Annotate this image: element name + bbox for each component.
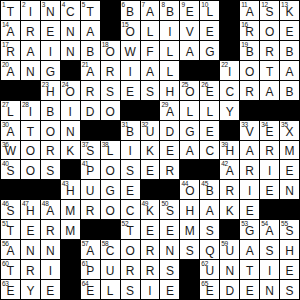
grid-cell[interactable]: A bbox=[21, 41, 40, 60]
grid-cell[interactable]: 52T bbox=[121, 220, 140, 239]
grid-cell[interactable]: A bbox=[180, 41, 199, 60]
grid-cell[interactable]: N bbox=[61, 41, 80, 60]
black-square bbox=[180, 61, 199, 80]
grid-cell[interactable]: R bbox=[141, 260, 160, 279]
cell-letter: O bbox=[101, 46, 120, 59]
cell-letter: G bbox=[200, 46, 219, 59]
cell-letter: R bbox=[81, 205, 100, 218]
cell-letter: R bbox=[141, 245, 160, 258]
grid-cell[interactable]: W bbox=[121, 41, 140, 60]
grid-cell[interactable]: E bbox=[21, 220, 40, 239]
grid-cell[interactable]: 62U bbox=[200, 260, 219, 279]
grid-cell[interactable]: I bbox=[61, 101, 80, 120]
grid-cell[interactable]: 16R bbox=[240, 21, 259, 40]
cell-letter: H bbox=[160, 86, 179, 99]
grid-cell[interactable]: 7A bbox=[141, 1, 160, 20]
cell-letter: E bbox=[21, 225, 40, 238]
grid-cell[interactable]: L bbox=[160, 41, 179, 60]
grid-cell[interactable]: S bbox=[41, 160, 60, 179]
grid-cell[interactable]: 1T bbox=[1, 1, 20, 20]
cell-letter: R bbox=[121, 265, 140, 278]
cell-letter: O bbox=[121, 245, 140, 258]
cell-letter: R bbox=[21, 265, 40, 278]
grid-cell[interactable]: 33V bbox=[240, 121, 259, 140]
black-square bbox=[101, 220, 120, 239]
grid-cell[interactable]: 5T bbox=[81, 1, 100, 20]
grid-cell[interactable]: 54A bbox=[260, 220, 279, 239]
cell-letter: R bbox=[160, 165, 179, 178]
grid-cell[interactable]: T bbox=[260, 61, 279, 80]
black-square bbox=[81, 220, 100, 239]
cell-letter: O bbox=[21, 165, 40, 178]
grid-cell[interactable]: R bbox=[21, 260, 40, 279]
grid-cell[interactable]: G bbox=[180, 121, 199, 140]
black-square bbox=[220, 121, 239, 140]
grid-cell[interactable]: 21A bbox=[81, 61, 100, 80]
grid-cell[interactable]: 10L bbox=[200, 1, 219, 20]
cell-letter: K bbox=[61, 145, 80, 158]
grid-cell[interactable]: M bbox=[280, 141, 299, 160]
cell-letter: R bbox=[240, 86, 259, 99]
grid-cell[interactable]: O bbox=[21, 141, 40, 160]
cell-letter: N bbox=[220, 265, 239, 278]
grid-cell[interactable]: 36W bbox=[1, 141, 20, 160]
grid-cell[interactable]: 34E bbox=[260, 121, 279, 140]
grid-cell[interactable]: O bbox=[121, 240, 140, 259]
grid-cell[interactable]: M bbox=[180, 220, 199, 239]
cell-letter: O bbox=[101, 106, 120, 119]
cell-letter: R bbox=[81, 86, 100, 99]
grid-cell[interactable]: I bbox=[121, 141, 140, 160]
cell-letter: I bbox=[260, 265, 279, 278]
grid-cell[interactable]: 44O bbox=[180, 180, 199, 199]
grid-cell[interactable]: 46S bbox=[1, 200, 20, 219]
grid-cell[interactable]: R bbox=[220, 180, 239, 199]
cell-letter: L bbox=[180, 106, 199, 119]
grid-cell[interactable]: 3N bbox=[41, 1, 60, 20]
grid-cell[interactable]: H bbox=[280, 240, 299, 259]
grid-cell[interactable]: L bbox=[200, 101, 219, 120]
grid-cell[interactable]: I bbox=[160, 21, 179, 40]
grid-cell[interactable]: C bbox=[200, 141, 219, 160]
cell-letter: R bbox=[41, 145, 60, 158]
grid-cell[interactable]: G bbox=[41, 61, 60, 80]
grid-cell[interactable]: A bbox=[280, 61, 299, 80]
cell-letter: R bbox=[240, 165, 259, 178]
cell-letter: G bbox=[41, 66, 60, 79]
grid-cell[interactable]: 47H bbox=[21, 200, 40, 219]
cell-letter: A bbox=[240, 6, 259, 19]
grid-cell[interactable]: 13K bbox=[280, 1, 299, 20]
black-square bbox=[1, 180, 20, 199]
grid-cell[interactable]: 51T bbox=[1, 220, 20, 239]
grid-cell[interactable]: F bbox=[141, 41, 160, 60]
grid-cell[interactable]: E bbox=[240, 280, 259, 299]
grid-cell[interactable]: O bbox=[21, 160, 40, 179]
grid-cell[interactable]: Y bbox=[220, 101, 239, 120]
grid-cell[interactable]: B bbox=[41, 101, 60, 120]
grid-cell[interactable]: 37S bbox=[81, 141, 100, 160]
grid-cell[interactable]: K bbox=[141, 141, 160, 160]
black-square bbox=[240, 101, 259, 120]
grid-cell[interactable]: R bbox=[81, 200, 100, 219]
cell-letter: A bbox=[21, 46, 40, 59]
cell-letter: A bbox=[81, 26, 100, 39]
grid-cell[interactable]: A bbox=[81, 21, 100, 40]
cell-letter: L bbox=[141, 26, 160, 39]
grid-cell[interactable]: E bbox=[280, 21, 299, 40]
grid-cell[interactable]: O bbox=[240, 61, 259, 80]
grid-cell[interactable]: 32U bbox=[141, 121, 160, 140]
grid-cell[interactable]: Y bbox=[21, 280, 40, 299]
cell-letter: L bbox=[160, 46, 179, 59]
grid-cell[interactable]: O bbox=[101, 200, 120, 219]
cell-letter: M bbox=[280, 145, 299, 158]
grid-cell[interactable]: N bbox=[21, 240, 40, 259]
grid-cell[interactable]: 41P bbox=[81, 160, 100, 179]
grid-cell[interactable]: A bbox=[240, 141, 259, 160]
cell-letter: E bbox=[160, 145, 179, 158]
grid-cell[interactable]: 43H bbox=[61, 180, 80, 199]
cell-letter: M bbox=[180, 225, 199, 238]
grid-cell[interactable]: I bbox=[240, 180, 259, 199]
grid-cell[interactable]: K bbox=[61, 141, 80, 160]
grid-cell[interactable]: A bbox=[260, 81, 279, 100]
cell-letter: L bbox=[160, 66, 179, 79]
cell-letter: O bbox=[101, 165, 120, 178]
grid-cell[interactable]: 57A bbox=[81, 240, 100, 259]
cell-letter: I bbox=[41, 46, 60, 59]
cell-letter: S bbox=[160, 265, 179, 278]
grid-cell[interactable]: L bbox=[180, 101, 199, 120]
cell-letter: Y bbox=[21, 285, 40, 298]
cell-letter: R bbox=[41, 225, 60, 238]
grid-cell[interactable]: R bbox=[240, 160, 259, 179]
cell-letter: S bbox=[81, 145, 100, 158]
grid-cell[interactable]: 20A bbox=[1, 61, 20, 80]
black-square bbox=[141, 180, 160, 199]
grid-cell[interactable]: B bbox=[81, 41, 100, 60]
grid-cell[interactable]: R bbox=[141, 240, 160, 259]
grid-cell[interactable]: 23H bbox=[41, 81, 60, 100]
grid-cell[interactable]: 25O bbox=[180, 81, 199, 100]
grid-cell[interactable]: E bbox=[141, 220, 160, 239]
grid-cell[interactable]: T bbox=[240, 260, 259, 279]
cell-letter: R bbox=[220, 185, 239, 198]
grid-cell[interactable]: 39H bbox=[220, 141, 239, 160]
grid-cell[interactable]: N bbox=[280, 180, 299, 199]
cell-letter: E bbox=[200, 86, 219, 99]
grid-cell[interactable]: 55S bbox=[280, 220, 299, 239]
cell-letter: O bbox=[101, 205, 120, 218]
crossword-grid: 1T2I3N4C5T6B7A8B9E10L11A12S13K14ARENA15O… bbox=[0, 0, 300, 300]
grid-cell[interactable]: 8B bbox=[160, 1, 179, 20]
grid-cell[interactable]: 50S bbox=[160, 200, 179, 219]
cell-letter: I bbox=[160, 26, 179, 39]
cell-letter: H bbox=[280, 245, 299, 258]
grid-cell[interactable]: I bbox=[260, 260, 279, 279]
grid-cell[interactable]: N bbox=[41, 240, 60, 259]
grid-cell[interactable]: 31B bbox=[121, 121, 140, 140]
black-square bbox=[220, 41, 239, 60]
grid-cell[interactable]: R bbox=[121, 260, 140, 279]
cell-letter: I bbox=[41, 265, 60, 278]
grid-cell[interactable]: V bbox=[180, 21, 199, 40]
cell-letter: A bbox=[200, 205, 219, 218]
grid-cell[interactable]: 26E bbox=[200, 81, 219, 100]
grid-cell[interactable]: C bbox=[121, 200, 140, 219]
cell-letter: E bbox=[280, 265, 299, 278]
grid-cell[interactable]: S bbox=[101, 81, 120, 100]
black-square bbox=[21, 180, 40, 199]
cell-letter: N bbox=[21, 66, 40, 79]
cell-letter: A bbox=[1, 126, 20, 139]
cell-letter: K bbox=[220, 205, 239, 218]
cell-letter: E bbox=[200, 126, 219, 139]
grid-cell[interactable]: E bbox=[41, 21, 60, 40]
grid-cell[interactable]: 65E bbox=[200, 280, 219, 299]
grid-cell[interactable]: U bbox=[101, 260, 120, 279]
black-square bbox=[160, 180, 179, 199]
grid-cell[interactable]: 35X bbox=[280, 121, 299, 140]
grid-cell[interactable]: N bbox=[160, 240, 179, 259]
grid-cell[interactable]: H bbox=[160, 81, 179, 100]
grid-cell[interactable]: E bbox=[160, 141, 179, 160]
grid-cell[interactable]: 60T bbox=[1, 260, 20, 279]
cell-letter: G bbox=[101, 185, 120, 198]
cell-letter: E bbox=[260, 185, 279, 198]
grid-cell[interactable]: L bbox=[101, 280, 120, 299]
grid-cell[interactable]: 14A bbox=[1, 21, 20, 40]
grid-cell[interactable]: O bbox=[101, 101, 120, 120]
cell-letter: N bbox=[280, 185, 299, 198]
grid-cell[interactable]: 56A bbox=[1, 240, 20, 259]
grid-cell[interactable]: E bbox=[160, 220, 179, 239]
grid-cell[interactable]: A bbox=[240, 240, 259, 259]
grid-cell[interactable]: 22I bbox=[220, 61, 239, 80]
grid-cell[interactable]: R bbox=[41, 220, 60, 239]
grid-cell[interactable]: E bbox=[141, 160, 160, 179]
grid-cell[interactable]: R bbox=[240, 81, 259, 100]
grid-cell[interactable]: I bbox=[141, 280, 160, 299]
cell-letter: E bbox=[200, 285, 219, 298]
grid-cell[interactable]: T bbox=[21, 121, 40, 140]
grid-cell[interactable]: S bbox=[200, 220, 219, 239]
grid-cell[interactable]: L bbox=[141, 21, 160, 40]
cell-letter: E bbox=[1, 285, 20, 298]
grid-cell[interactable]: 2I bbox=[21, 1, 40, 20]
cell-letter: A bbox=[141, 66, 160, 79]
cell-letter: A bbox=[1, 245, 20, 258]
grid-cell[interactable]: R bbox=[21, 21, 40, 40]
cell-letter: T bbox=[260, 66, 279, 79]
grid-cell[interactable]: 29A bbox=[160, 101, 179, 120]
cell-letter: U bbox=[101, 265, 120, 278]
grid-cell[interactable]: R bbox=[81, 81, 100, 100]
cell-letter: H bbox=[220, 145, 239, 158]
grid-cell[interactable]: D bbox=[220, 280, 239, 299]
cell-letter: O bbox=[180, 86, 199, 99]
cell-letter: N bbox=[41, 245, 60, 258]
cell-letter: A bbox=[260, 86, 279, 99]
cell-letter: S bbox=[121, 285, 140, 298]
cell-letter: P bbox=[81, 165, 100, 178]
cell-letter: E bbox=[180, 6, 199, 19]
grid-cell[interactable]: D bbox=[81, 101, 100, 120]
cell-letter: O bbox=[260, 26, 279, 39]
grid-cell[interactable]: S bbox=[180, 240, 199, 259]
grid-cell[interactable]: 59U bbox=[220, 240, 239, 259]
grid-cell[interactable]: 24O bbox=[61, 81, 80, 100]
grid-cell[interactable]: 15O bbox=[121, 21, 140, 40]
grid-cell[interactable]: O bbox=[260, 21, 279, 40]
black-square bbox=[41, 180, 60, 199]
cell-letter: Q bbox=[200, 245, 219, 258]
cell-letter: O bbox=[121, 26, 140, 39]
grid-cell[interactable]: 42A bbox=[220, 160, 239, 179]
cell-letter: S bbox=[141, 86, 160, 99]
grid-cell[interactable]: L bbox=[160, 61, 179, 80]
cell-letter: C bbox=[220, 86, 239, 99]
grid-cell[interactable]: S bbox=[260, 240, 279, 259]
grid-cell[interactable]: R bbox=[260, 41, 279, 60]
grid-cell[interactable]: S bbox=[141, 81, 160, 100]
grid-cell[interactable]: A bbox=[141, 61, 160, 80]
grid-cell[interactable]: 17R bbox=[1, 41, 20, 60]
grid-cell[interactable]: A bbox=[180, 141, 199, 160]
grid-cell[interactable]: E bbox=[41, 280, 60, 299]
cell-letter: W bbox=[121, 46, 140, 59]
grid-cell[interactable]: S bbox=[121, 160, 140, 179]
grid-cell[interactable]: S bbox=[280, 280, 299, 299]
grid-cell[interactable]: 6B bbox=[121, 1, 140, 20]
grid-cell[interactable]: N bbox=[61, 21, 80, 40]
grid-cell[interactable]: 9E bbox=[180, 1, 199, 20]
grid-cell[interactable]: M bbox=[61, 220, 80, 239]
grid-cell[interactable]: N bbox=[220, 260, 239, 279]
grid-cell[interactable]: 53G bbox=[240, 220, 259, 239]
grid-cell[interactable]: U bbox=[81, 180, 100, 199]
grid-cell[interactable]: N bbox=[21, 61, 40, 80]
cell-letter: G bbox=[180, 126, 199, 139]
grid-cell[interactable]: 12S bbox=[260, 1, 279, 20]
grid-cell[interactable]: D bbox=[160, 121, 179, 140]
grid-cell[interactable]: E bbox=[240, 200, 259, 219]
grid-cell[interactable]: B bbox=[280, 81, 299, 100]
black-square bbox=[61, 280, 80, 299]
grid-cell[interactable]: E bbox=[280, 260, 299, 279]
cell-letter: E bbox=[160, 285, 179, 298]
grid-cell[interactable]: O bbox=[101, 160, 120, 179]
cell-letter: T bbox=[240, 265, 259, 278]
cell-letter: W bbox=[1, 145, 20, 158]
grid-cell[interactable]: A bbox=[200, 200, 219, 219]
cell-letter: N bbox=[61, 126, 80, 139]
grid-cell[interactable]: S bbox=[160, 260, 179, 279]
grid-cell[interactable]: I bbox=[41, 41, 60, 60]
cell-letter: I bbox=[21, 106, 40, 119]
cell-letter: E bbox=[240, 285, 259, 298]
grid-cell[interactable]: B bbox=[280, 41, 299, 60]
grid-cell[interactable]: R bbox=[260, 141, 279, 160]
grid-cell[interactable]: 63E bbox=[1, 280, 20, 299]
cell-letter: S bbox=[121, 165, 140, 178]
grid-cell[interactable]: S bbox=[121, 280, 140, 299]
grid-cell[interactable]: Q bbox=[200, 240, 219, 259]
grid-cell[interactable]: M bbox=[61, 200, 80, 219]
grid-cell[interactable]: H bbox=[180, 200, 199, 219]
grid-cell[interactable]: 38L bbox=[101, 141, 120, 160]
grid-cell[interactable]: I bbox=[121, 61, 140, 80]
grid-cell[interactable]: E bbox=[121, 81, 140, 100]
grid-cell[interactable]: 11A bbox=[240, 1, 259, 20]
grid-cell[interactable]: G bbox=[101, 180, 120, 199]
grid-cell[interactable]: E bbox=[280, 160, 299, 179]
grid-cell[interactable]: 49K bbox=[141, 200, 160, 219]
cell-letter: N bbox=[160, 245, 179, 258]
black-square bbox=[81, 121, 100, 140]
cell-letter: E bbox=[81, 285, 100, 298]
grid-cell[interactable]: 45B bbox=[200, 180, 219, 199]
cell-letter: E bbox=[280, 165, 299, 178]
cell-letter: U bbox=[81, 185, 100, 198]
grid-cell[interactable]: R bbox=[160, 160, 179, 179]
cell-letter: F bbox=[141, 46, 160, 59]
grid-cell[interactable]: G bbox=[200, 41, 219, 60]
grid-cell[interactable]: 58C bbox=[101, 240, 120, 259]
grid-cell[interactable]: I bbox=[260, 160, 279, 179]
grid-cell[interactable]: N bbox=[260, 280, 279, 299]
grid-cell[interactable]: K bbox=[220, 200, 239, 219]
black-square bbox=[61, 260, 80, 279]
grid-cell[interactable]: C bbox=[220, 81, 239, 100]
grid-cell[interactable]: 19B bbox=[240, 41, 259, 60]
grid-cell[interactable]: N bbox=[61, 121, 80, 140]
cell-letter: H bbox=[41, 86, 60, 99]
cell-letter: N bbox=[61, 46, 80, 59]
cell-letter: I bbox=[141, 285, 160, 298]
cell-letter: H bbox=[61, 185, 80, 198]
cell-letter: D bbox=[81, 106, 100, 119]
cell-letter: T bbox=[21, 126, 40, 139]
grid-cell[interactable]: 28I bbox=[21, 101, 40, 120]
grid-cell[interactable]: 27L bbox=[1, 101, 20, 120]
grid-cell[interactable]: 61P bbox=[81, 260, 100, 279]
cell-letter: C bbox=[61, 6, 80, 19]
grid-cell[interactable]: 30A bbox=[1, 121, 20, 140]
grid-cell[interactable]: 48A bbox=[41, 200, 60, 219]
grid-cell[interactable]: E bbox=[160, 280, 179, 299]
cell-letter: K bbox=[141, 205, 160, 218]
black-square bbox=[220, 21, 239, 40]
grid-cell[interactable]: R bbox=[41, 141, 60, 160]
grid-cell[interactable]: I bbox=[41, 260, 60, 279]
grid-cell[interactable]: 18O bbox=[101, 41, 120, 60]
grid-cell[interactable]: E bbox=[200, 21, 219, 40]
grid-cell[interactable]: 40S bbox=[1, 160, 20, 179]
grid-cell[interactable]: O bbox=[41, 121, 60, 140]
grid-cell[interactable]: 64E bbox=[81, 280, 100, 299]
grid-cell[interactable]: 4C bbox=[61, 1, 80, 20]
grid-cell[interactable]: E bbox=[200, 121, 219, 140]
cell-letter: B bbox=[81, 46, 100, 59]
cell-letter: E bbox=[240, 205, 259, 218]
cell-letter: H bbox=[21, 205, 40, 218]
grid-cell[interactable]: E bbox=[121, 180, 140, 199]
black-square bbox=[220, 1, 239, 20]
grid-cell[interactable]: R bbox=[101, 61, 120, 80]
grid-cell[interactable]: E bbox=[260, 180, 279, 199]
